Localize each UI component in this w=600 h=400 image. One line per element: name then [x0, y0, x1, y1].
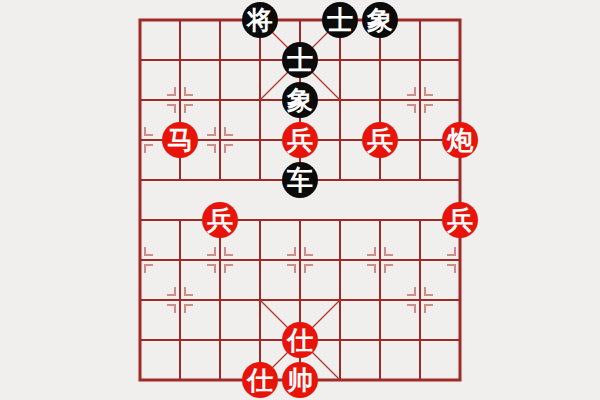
- piece-black-advisor[interactable]: 士: [322, 2, 358, 38]
- piece-red-cannon[interactable]: 炮: [442, 122, 478, 158]
- xiangqi-board-area: 将士象士象马兵兵炮车兵兵仕仕帅: [0, 0, 600, 400]
- piece-red-soldier[interactable]: 兵: [282, 122, 318, 158]
- piece-red-soldier[interactable]: 兵: [442, 202, 478, 238]
- piece-black-elephant[interactable]: 象: [362, 2, 398, 38]
- piece-red-soldier[interactable]: 兵: [362, 122, 398, 158]
- piece-black-advisor[interactable]: 士: [282, 42, 318, 78]
- piece-red-soldier[interactable]: 兵: [202, 202, 238, 238]
- piece-black-chariot[interactable]: 车: [282, 162, 318, 198]
- piece-black-general[interactable]: 将: [242, 2, 278, 38]
- xiangqi-board[interactable]: 将士象士象马兵兵炮车兵兵仕仕帅: [120, 0, 480, 400]
- piece-red-horse[interactable]: 马: [162, 122, 198, 158]
- piece-red-advisor[interactable]: 仕: [242, 362, 278, 398]
- piece-red-general[interactable]: 帅: [282, 362, 318, 398]
- piece-black-elephant[interactable]: 象: [282, 82, 318, 118]
- piece-red-advisor[interactable]: 仕: [282, 322, 318, 358]
